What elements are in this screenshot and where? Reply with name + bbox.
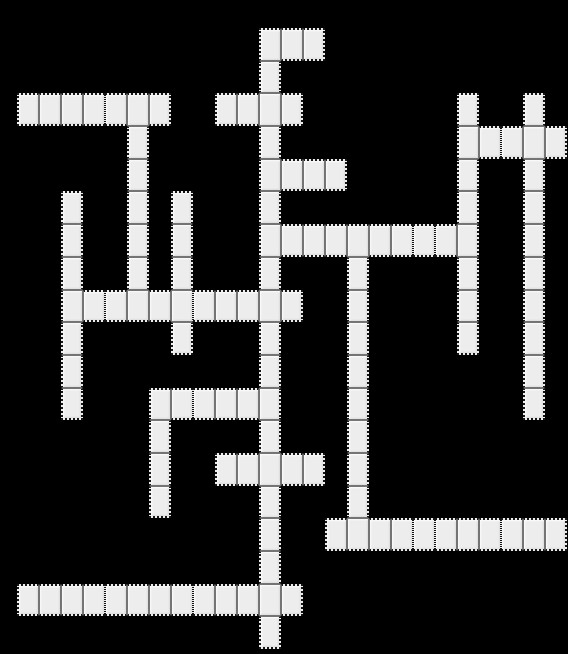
cell-r2c5[interactable]	[127, 93, 149, 126]
cell-r15c22[interactable]	[501, 518, 523, 551]
cell-r15c15[interactable]	[347, 518, 369, 551]
cell-r2c12[interactable]	[281, 93, 303, 126]
cell-r11c7[interactable]	[171, 388, 193, 421]
cell-r6c12[interactable]	[281, 224, 303, 257]
cell-r15c14[interactable]	[325, 518, 347, 551]
cell-r3c11[interactable]	[259, 126, 281, 159]
cell-r13c9[interactable]	[215, 453, 237, 486]
cell-r2c10[interactable]	[237, 93, 259, 126]
cell-r10c23[interactable]	[523, 355, 545, 388]
cell-r17c0[interactable]	[17, 584, 39, 617]
cell-r3c20[interactable]	[457, 126, 479, 159]
cell-r2c6[interactable]	[149, 93, 171, 126]
cell-r6c18[interactable]	[413, 224, 435, 257]
cell-r10c2[interactable]	[61, 355, 83, 388]
cell-r17c1[interactable]	[39, 584, 61, 617]
cell-r8c15[interactable]	[347, 290, 369, 323]
cell-r11c9[interactable]	[215, 388, 237, 421]
cell-r2c9[interactable]	[215, 93, 237, 126]
cell-r17c10[interactable]	[237, 584, 259, 617]
cell-r2c11[interactable]	[259, 93, 281, 126]
cell-r10c15[interactable]	[347, 355, 369, 388]
cell-r4c12[interactable]	[281, 159, 303, 192]
cell-r11c10[interactable]	[237, 388, 259, 421]
cell-r2c23[interactable]	[523, 93, 545, 126]
cell-r12c6[interactable]	[149, 420, 171, 453]
cell-r17c6[interactable]	[149, 584, 171, 617]
cell-r2c0[interactable]	[17, 93, 39, 126]
cell-r15c11[interactable]	[259, 518, 281, 551]
cell-r9c15[interactable]	[347, 322, 369, 355]
cell-r17c12[interactable]	[281, 584, 303, 617]
cell-r3c23[interactable]	[523, 126, 545, 159]
cell-r8c23[interactable]	[523, 290, 545, 323]
cell-r11c6[interactable]	[149, 388, 171, 421]
cell-r13c11[interactable]	[259, 453, 281, 486]
cell-r13c15[interactable]	[347, 453, 369, 486]
cell-r15c23[interactable]	[523, 518, 545, 551]
cell-r15c16[interactable]	[369, 518, 391, 551]
cell-r6c17[interactable]	[391, 224, 413, 257]
cell-r2c1[interactable]	[39, 93, 61, 126]
cell-r15c21[interactable]	[479, 518, 501, 551]
cell-r9c11[interactable]	[259, 322, 281, 355]
cell-r9c2[interactable]	[61, 322, 83, 355]
cell-r7c20[interactable]	[457, 257, 479, 290]
cell-r7c5[interactable]	[127, 257, 149, 290]
cell-r4c5[interactable]	[127, 159, 149, 192]
cell-r2c20[interactable]	[457, 93, 479, 126]
cell-r6c11[interactable]	[259, 224, 281, 257]
cell-r8c7[interactable]	[171, 290, 193, 323]
cell-r4c20[interactable]	[457, 159, 479, 192]
cell-r11c11[interactable]	[259, 388, 281, 421]
cell-r5c23[interactable]	[523, 191, 545, 224]
cell-r6c16[interactable]	[369, 224, 391, 257]
cell-r11c8[interactable]	[193, 388, 215, 421]
cell-r6c20[interactable]	[457, 224, 479, 257]
cell-r5c20[interactable]	[457, 191, 479, 224]
cell-r6c5[interactable]	[127, 224, 149, 257]
cell-r6c7[interactable]	[171, 224, 193, 257]
cell-r11c23[interactable]	[523, 388, 545, 421]
cell-r4c14[interactable]	[325, 159, 347, 192]
cell-r6c15[interactable]	[347, 224, 369, 257]
cell-r8c10[interactable]	[237, 290, 259, 323]
cell-r17c5[interactable]	[127, 584, 149, 617]
cell-r6c13[interactable]	[303, 224, 325, 257]
cell-r14c11[interactable]	[259, 486, 281, 519]
cell-r12c11[interactable]	[259, 420, 281, 453]
cell-r13c12[interactable]	[281, 453, 303, 486]
cell-r6c23[interactable]	[523, 224, 545, 257]
cell-r17c4[interactable]	[105, 584, 127, 617]
cell-r13c10[interactable]	[237, 453, 259, 486]
cell-r15c24[interactable]	[545, 518, 567, 551]
cell-r8c8[interactable]	[193, 290, 215, 323]
cell-r18c11[interactable]	[259, 616, 281, 649]
cell-r8c9[interactable]	[215, 290, 237, 323]
cell-r7c7[interactable]	[171, 257, 193, 290]
cell-r10c11[interactable]	[259, 355, 281, 388]
cell-r5c5[interactable]	[127, 191, 149, 224]
cell-r4c11[interactable]	[259, 159, 281, 192]
cell-r3c21[interactable]	[479, 126, 501, 159]
cell-r5c2[interactable]	[61, 191, 83, 224]
cell-r7c2[interactable]	[61, 257, 83, 290]
cell-r4c23[interactable]	[523, 159, 545, 192]
cell-r8c12[interactable]	[281, 290, 303, 323]
cell-r15c17[interactable]	[391, 518, 413, 551]
cell-r17c11[interactable]	[259, 584, 281, 617]
cell-r16c11[interactable]	[259, 551, 281, 584]
cell-r12c15[interactable]	[347, 420, 369, 453]
cell-r15c19[interactable]	[435, 518, 457, 551]
cell-r11c2[interactable]	[61, 388, 83, 421]
cell-r6c19[interactable]	[435, 224, 457, 257]
cell-r8c5[interactable]	[127, 290, 149, 323]
cell-r17c9[interactable]	[215, 584, 237, 617]
cell-r2c2[interactable]	[61, 93, 83, 126]
cell-r1c11[interactable]	[259, 61, 281, 94]
cell-r8c6[interactable]	[149, 290, 171, 323]
cell-r17c3[interactable]	[83, 584, 105, 617]
cell-r17c2[interactable]	[61, 584, 83, 617]
cell-r14c15[interactable]	[347, 486, 369, 519]
crossword-grid	[17, 28, 567, 649]
cell-r6c2[interactable]	[61, 224, 83, 257]
cell-r13c6[interactable]	[149, 453, 171, 486]
cell-r2c4[interactable]	[105, 93, 127, 126]
cell-r7c11[interactable]	[259, 257, 281, 290]
cell-r2c3[interactable]	[83, 93, 105, 126]
cell-r8c20[interactable]	[457, 290, 479, 323]
cell-r15c20[interactable]	[457, 518, 479, 551]
cell-r17c8[interactable]	[193, 584, 215, 617]
cell-r8c2[interactable]	[61, 290, 83, 323]
cell-r14c6[interactable]	[149, 486, 171, 519]
cell-r17c7[interactable]	[171, 584, 193, 617]
cell-r0c12[interactable]	[281, 28, 303, 61]
cell-r9c20[interactable]	[457, 322, 479, 355]
cell-r0c11[interactable]	[259, 28, 281, 61]
cell-r11c15[interactable]	[347, 388, 369, 421]
cell-r3c22[interactable]	[501, 126, 523, 159]
cell-r5c7[interactable]	[171, 191, 193, 224]
cell-r5c11[interactable]	[259, 191, 281, 224]
cell-r13c13[interactable]	[303, 453, 325, 486]
cell-r0c13[interactable]	[303, 28, 325, 61]
cell-r8c4[interactable]	[105, 290, 127, 323]
cell-r9c23[interactable]	[523, 322, 545, 355]
cell-r8c3[interactable]	[83, 290, 105, 323]
cell-r3c24[interactable]	[545, 126, 567, 159]
crossword-board	[0, 0, 568, 654]
cell-r6c14[interactable]	[325, 224, 347, 257]
cell-r7c23[interactable]	[523, 257, 545, 290]
cell-r15c18[interactable]	[413, 518, 435, 551]
cell-r3c5[interactable]	[127, 126, 149, 159]
cell-r8c11[interactable]	[259, 290, 281, 323]
cell-r9c7[interactable]	[171, 322, 193, 355]
cell-r4c13[interactable]	[303, 159, 325, 192]
cell-r7c15[interactable]	[347, 257, 369, 290]
